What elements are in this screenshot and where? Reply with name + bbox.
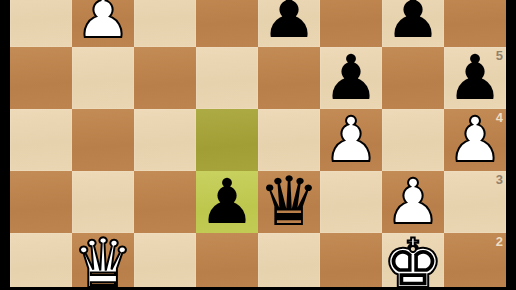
square-d2[interactable]: [196, 233, 258, 290]
white-queen[interactable]: ♛: [72, 233, 134, 290]
square-f4[interactable]: ♟: [320, 109, 382, 171]
rank-label-2: 2: [496, 234, 503, 249]
square-c2[interactable]: [134, 233, 196, 290]
square-g4[interactable]: [382, 109, 444, 171]
square-b2[interactable]: ♛: [72, 233, 134, 290]
square-g6[interactable]: ♟: [382, 0, 444, 47]
square-e6[interactable]: ♟: [258, 0, 320, 47]
square-b5[interactable]: [72, 47, 134, 109]
letterbox-right-bar: [506, 0, 516, 290]
rank-label-4: 4: [496, 110, 503, 125]
square-g5[interactable]: [382, 47, 444, 109]
black-pawn[interactable]: ♟: [196, 171, 258, 233]
square-h2[interactable]: 2: [444, 233, 506, 290]
square-a5[interactable]: [10, 47, 72, 109]
square-b6[interactable]: ♟: [72, 0, 134, 47]
square-f5[interactable]: ♟: [320, 47, 382, 109]
square-f2[interactable]: [320, 233, 382, 290]
square-c5[interactable]: [134, 47, 196, 109]
square-e5[interactable]: [258, 47, 320, 109]
square-c3[interactable]: [134, 171, 196, 233]
square-h3[interactable]: 3: [444, 171, 506, 233]
black-pawn[interactable]: ♟: [320, 47, 382, 109]
square-g2[interactable]: ♚: [382, 233, 444, 290]
square-a6[interactable]: [10, 0, 72, 47]
white-pawn[interactable]: ♟: [72, 0, 134, 47]
square-d5[interactable]: [196, 47, 258, 109]
chess-board: ♟♟♟♟♟5♟♟4♟♛♟3♛♚2: [10, 0, 506, 290]
video-frame: ♟♟♟♟♟5♟♟4♟♛♟3♛♚2: [0, 0, 516, 290]
square-c6[interactable]: [134, 0, 196, 47]
square-a2[interactable]: [10, 233, 72, 290]
square-d3[interactable]: ♟: [196, 171, 258, 233]
square-h4[interactable]: ♟4: [444, 109, 506, 171]
square-f6[interactable]: [320, 0, 382, 47]
black-pawn[interactable]: ♟: [258, 0, 320, 47]
square-d6[interactable]: [196, 0, 258, 47]
square-d4[interactable]: [196, 109, 258, 171]
square-e2[interactable]: [258, 233, 320, 290]
square-a4[interactable]: [10, 109, 72, 171]
black-queen[interactable]: ♛: [258, 171, 320, 233]
square-e3[interactable]: ♛: [258, 171, 320, 233]
square-b4[interactable]: [72, 109, 134, 171]
white-pawn[interactable]: ♟: [320, 109, 382, 171]
white-king[interactable]: ♚: [382, 233, 444, 290]
square-f3[interactable]: [320, 171, 382, 233]
square-c4[interactable]: [134, 109, 196, 171]
letterbox-left-bar: [0, 0, 10, 290]
black-pawn[interactable]: ♟: [382, 0, 444, 47]
rank-label-5: 5: [496, 48, 503, 63]
rank-label-3: 3: [496, 172, 503, 187]
square-h6[interactable]: [444, 0, 506, 47]
square-a3[interactable]: [10, 171, 72, 233]
square-h5[interactable]: ♟5: [444, 47, 506, 109]
